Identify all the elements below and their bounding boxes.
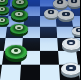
- green-checker-piece-3[interactable]: [0, 6, 9, 14]
- eye-emblem-icon: [67, 40, 76, 45]
- emblem-center-dot: [1, 0, 3, 1]
- emblem-center-dot: [17, 27, 20, 29]
- emblem-center-dot: [14, 49, 18, 52]
- eye-emblem-icon: [66, 65, 75, 71]
- emblem-center-dot: [65, 13, 68, 15]
- eye-emblem-icon: [62, 12, 69, 16]
- longhorn-emblem-icon: [0, 7, 5, 11]
- longhorn-emblem-icon: [16, 0, 23, 4]
- emblem-center-dot: [59, 1, 62, 3]
- emblem-center-dot: [19, 1, 22, 3]
- emblem-center-dot: [78, 29, 80, 31]
- white-checker-piece-7[interactable]: [61, 63, 80, 75]
- green-checker-piece-7[interactable]: [5, 45, 27, 58]
- emblem-center-dot: [50, 11, 53, 13]
- eye-emblem-icon: [48, 10, 55, 14]
- emblem-center-dot: [69, 42, 72, 44]
- eye-emblem-icon: [76, 28, 80, 32]
- white-checker-piece-4[interactable]: [58, 10, 74, 20]
- pieces-layer: [0, 0, 80, 80]
- emblem-center-dot: [73, 0, 76, 2]
- longhorn-emblem-icon: [0, 0, 5, 2]
- longhorn-emblem-icon: [15, 25, 23, 30]
- eye-emblem-icon: [71, 0, 78, 3]
- emblem-center-dot: [18, 13, 21, 15]
- white-checker-piece-1[interactable]: [53, 0, 68, 8]
- emblem-center-dot: [69, 67, 72, 69]
- eye-emblem-icon: [57, 0, 64, 4]
- longhorn-emblem-icon: [0, 18, 5, 22]
- green-checker-piece-2[interactable]: [12, 0, 28, 8]
- emblem-center-dot: [1, 19, 3, 21]
- checkers-board-scene: [0, 0, 80, 80]
- white-checker-piece-3[interactable]: [44, 9, 59, 18]
- emblem-center-dot: [1, 8, 3, 10]
- longhorn-emblem-icon: [11, 48, 21, 54]
- green-checker-piece-6[interactable]: [10, 24, 28, 35]
- white-checker-piece-5[interactable]: [72, 27, 80, 35]
- white-checker-piece-2[interactable]: [67, 0, 81, 7]
- white-checker-piece-6[interactable]: [62, 38, 81, 49]
- green-checker-piece-4[interactable]: [11, 10, 28, 20]
- green-checker-piece-5[interactable]: [0, 17, 9, 25]
- longhorn-emblem-icon: [15, 12, 23, 17]
- green-checker-piece-1[interactable]: [0, 0, 8, 5]
